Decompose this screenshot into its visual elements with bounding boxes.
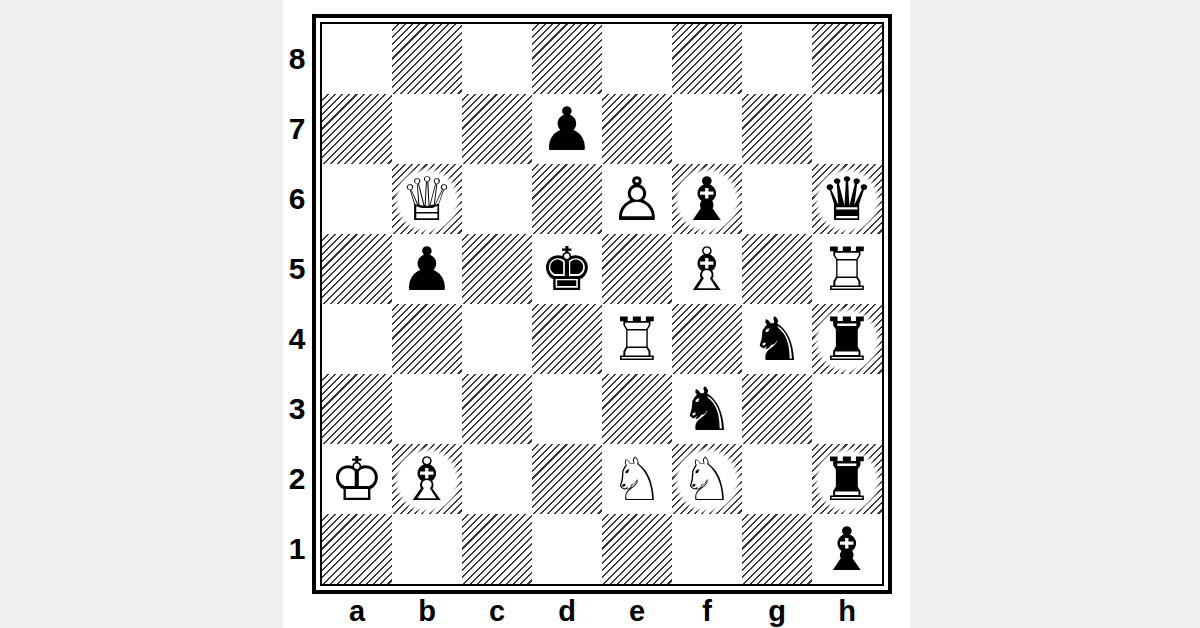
square-g5[interactable]: [742, 234, 812, 304]
square-h1[interactable]: ♝: [812, 514, 882, 584]
black-rook: ♜: [812, 304, 882, 374]
square-e7[interactable]: [602, 94, 672, 164]
square-f3[interactable]: ♞: [672, 374, 742, 444]
square-f4[interactable]: [672, 304, 742, 374]
square-b5[interactable]: ♟: [392, 234, 462, 304]
square-a4[interactable]: [322, 304, 392, 374]
square-g2[interactable]: [742, 444, 812, 514]
square-f2[interactable]: ♘: [672, 444, 742, 514]
file-label-b: b: [392, 596, 462, 626]
file-label-c: c: [462, 596, 532, 626]
square-h4[interactable]: ♜: [812, 304, 882, 374]
file-label-e: e: [602, 596, 672, 626]
square-c6[interactable]: [462, 164, 532, 234]
square-h3[interactable]: [812, 374, 882, 444]
square-d8[interactable]: [532, 24, 602, 94]
square-b2[interactable]: ♗: [392, 444, 462, 514]
square-h6[interactable]: ♛: [812, 164, 882, 234]
file-label-h: h: [812, 596, 882, 626]
square-b8[interactable]: [392, 24, 462, 94]
square-h5[interactable]: ♖: [812, 234, 882, 304]
black-rook: ♜: [812, 444, 882, 514]
square-c2[interactable]: [462, 444, 532, 514]
square-h8[interactable]: [812, 24, 882, 94]
white-knight: ♘: [602, 444, 672, 514]
square-d5[interactable]: ♚: [532, 234, 602, 304]
square-e5[interactable]: [602, 234, 672, 304]
board-grid: ♟♕♙♝♛♟♚♗♖♖♞♜♞♔♗♘♘♜♝: [322, 24, 882, 584]
square-f6[interactable]: ♝: [672, 164, 742, 234]
white-knight: ♘: [672, 444, 742, 514]
black-queen: ♛: [812, 164, 882, 234]
left-margin-bar: [0, 0, 283, 628]
board-frame-inner: ♟♕♙♝♛♟♚♗♖♖♞♜♞♔♗♘♘♜♝: [320, 22, 884, 586]
square-c1[interactable]: [462, 514, 532, 584]
square-e1[interactable]: [602, 514, 672, 584]
square-e2[interactable]: ♘: [602, 444, 672, 514]
square-a8[interactable]: [322, 24, 392, 94]
black-pawn: ♟: [392, 234, 462, 304]
square-e4[interactable]: ♖: [602, 304, 672, 374]
square-c5[interactable]: [462, 234, 532, 304]
square-h7[interactable]: [812, 94, 882, 164]
square-a7[interactable]: [322, 94, 392, 164]
square-a2[interactable]: ♔: [322, 444, 392, 514]
file-label-d: d: [532, 596, 602, 626]
white-bishop: ♗: [392, 444, 462, 514]
square-d6[interactable]: [532, 164, 602, 234]
square-d4[interactable]: [532, 304, 602, 374]
file-label-a: a: [322, 596, 392, 626]
rank-label-2: 2: [283, 444, 311, 514]
square-e6[interactable]: ♙: [602, 164, 672, 234]
square-g1[interactable]: [742, 514, 812, 584]
square-g7[interactable]: [742, 94, 812, 164]
square-h2[interactable]: ♜: [812, 444, 882, 514]
square-a5[interactable]: [322, 234, 392, 304]
square-a1[interactable]: [322, 514, 392, 584]
square-b4[interactable]: [392, 304, 462, 374]
file-label-g: g: [742, 596, 812, 626]
square-g6[interactable]: [742, 164, 812, 234]
white-bishop: ♗: [672, 234, 742, 304]
square-d7[interactable]: ♟: [532, 94, 602, 164]
black-bishop: ♝: [812, 514, 882, 584]
square-b3[interactable]: [392, 374, 462, 444]
square-f5[interactable]: ♗: [672, 234, 742, 304]
rank-label-8: 8: [283, 24, 311, 94]
square-g3[interactable]: [742, 374, 812, 444]
right-margin-bar: [910, 0, 1200, 628]
rank-label-6: 6: [283, 164, 311, 234]
white-queen: ♕: [392, 164, 462, 234]
square-f7[interactable]: [672, 94, 742, 164]
square-e3[interactable]: [602, 374, 672, 444]
rank-label-5: 5: [283, 234, 311, 304]
square-f1[interactable]: [672, 514, 742, 584]
rank-label-7: 7: [283, 94, 311, 164]
white-pawn: ♙: [602, 164, 672, 234]
square-a3[interactable]: [322, 374, 392, 444]
square-g4[interactable]: ♞: [742, 304, 812, 374]
square-e8[interactable]: [602, 24, 672, 94]
chessboard: ♟♕♙♝♛♟♚♗♖♖♞♜♞♔♗♘♘♜♝: [312, 14, 892, 594]
black-bishop: ♝: [672, 164, 742, 234]
rank-label-1: 1: [283, 514, 311, 584]
white-rook: ♖: [602, 304, 672, 374]
square-c3[interactable]: [462, 374, 532, 444]
white-rook: ♖: [812, 234, 882, 304]
square-a6[interactable]: [322, 164, 392, 234]
black-king: ♚: [532, 234, 602, 304]
file-label-f: f: [672, 596, 742, 626]
white-king: ♔: [322, 444, 392, 514]
black-pawn: ♟: [532, 94, 602, 164]
square-c4[interactable]: [462, 304, 532, 374]
square-b7[interactable]: [392, 94, 462, 164]
black-knight: ♞: [672, 374, 742, 444]
square-d2[interactable]: [532, 444, 602, 514]
rank-label-4: 4: [283, 304, 311, 374]
square-b1[interactable]: [392, 514, 462, 584]
square-f8[interactable]: [672, 24, 742, 94]
square-g8[interactable]: [742, 24, 812, 94]
square-c7[interactable]: [462, 94, 532, 164]
square-b6[interactable]: ♕: [392, 164, 462, 234]
board-frame-outer: ♟♕♙♝♛♟♚♗♖♖♞♜♞♔♗♘♘♜♝: [312, 14, 892, 594]
square-c8[interactable]: [462, 24, 532, 94]
square-d1[interactable]: [532, 514, 602, 584]
rank-label-3: 3: [283, 374, 311, 444]
square-d3[interactable]: [532, 374, 602, 444]
black-knight: ♞: [742, 304, 812, 374]
